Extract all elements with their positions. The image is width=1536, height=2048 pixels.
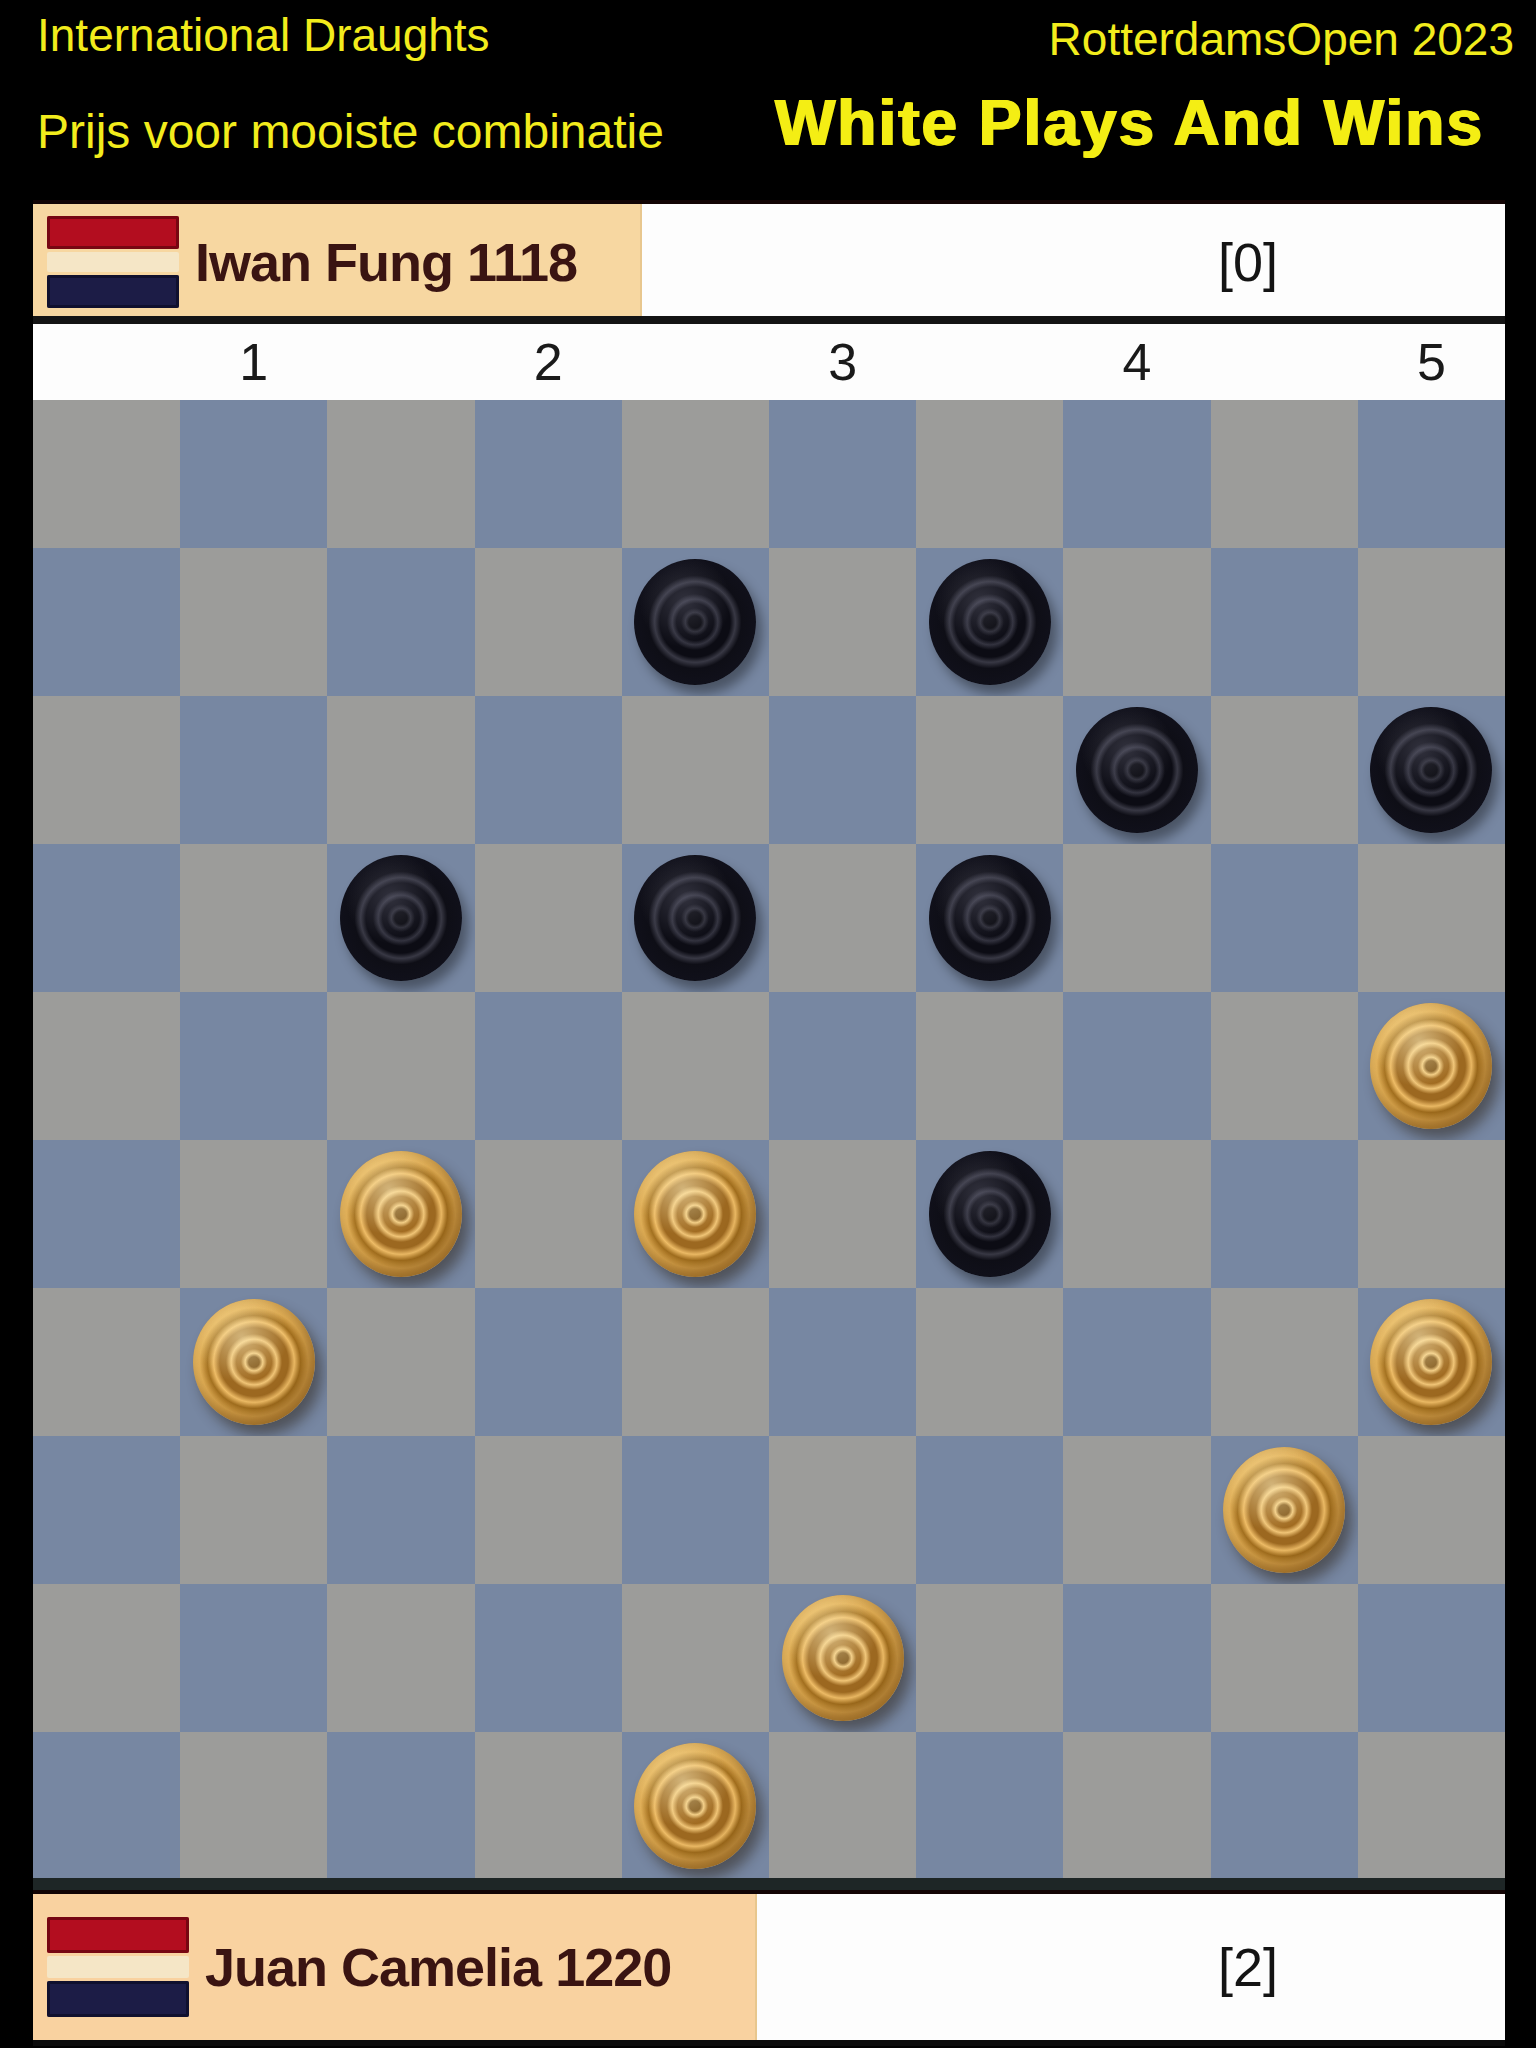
bottom-player-name: Juan Camelia 1220 [205,1936,671,1998]
column-label-spacer [916,324,1063,400]
light-square[interactable] [1063,844,1210,992]
column-label: 3 [769,324,916,400]
light-square[interactable] [1211,400,1358,548]
dark-square[interactable] [769,696,916,844]
light-square[interactable] [622,1584,769,1732]
dark-square[interactable] [916,844,1063,992]
flag-red-stripe [47,1917,189,1953]
black-man-piece[interactable] [634,559,756,685]
black-man-piece[interactable] [929,855,1051,981]
dark-square[interactable] [769,1288,916,1436]
dark-square[interactable] [1358,992,1505,1140]
dark-square[interactable] [1358,696,1505,844]
top-player-bar: Iwan Fung 1118 [0] [33,200,1505,320]
dark-square[interactable] [33,1732,180,1880]
dark-square[interactable] [622,844,769,992]
light-square[interactable] [769,548,916,696]
dark-square[interactable] [622,1436,769,1584]
column-label-spacer [327,324,474,400]
dark-square[interactable] [180,400,327,548]
column-label: 5 [1358,324,1505,400]
light-square[interactable] [622,1288,769,1436]
column-labels-strip: 12345 [33,316,1505,400]
light-square[interactable] [1358,548,1505,696]
dark-square[interactable] [1358,400,1505,548]
light-square[interactable] [916,400,1063,548]
flag-blue-stripe [47,1981,189,2017]
top-player-name-plate: Iwan Fung 1118 [33,204,642,320]
column-label: 2 [475,324,622,400]
light-square[interactable] [475,1732,622,1880]
dark-square[interactable] [769,400,916,548]
dark-square[interactable] [1211,548,1358,696]
dark-square[interactable] [475,696,622,844]
light-square[interactable] [180,1732,327,1880]
board [33,400,1505,1880]
light-square[interactable] [769,1732,916,1880]
light-square[interactable] [180,1436,327,1584]
board-bottom-separator [33,1878,1505,1890]
dark-square[interactable] [33,844,180,992]
light-square[interactable] [769,844,916,992]
dark-square[interactable] [1063,400,1210,548]
light-square[interactable] [1063,1140,1210,1288]
white-man-piece[interactable] [782,1595,904,1721]
dark-square[interactable] [475,1584,622,1732]
light-square[interactable] [1211,1288,1358,1436]
white-man-piece[interactable] [340,1151,462,1277]
dark-square[interactable] [1063,696,1210,844]
light-square[interactable] [327,992,474,1140]
dark-square[interactable] [622,1732,769,1880]
light-square[interactable] [180,1140,327,1288]
light-square[interactable] [1358,1732,1505,1880]
dark-square[interactable] [1211,1732,1358,1880]
light-square[interactable] [327,1288,474,1436]
white-man-piece[interactable] [1370,1299,1492,1425]
white-man-piece[interactable] [193,1299,315,1425]
light-square[interactable] [1211,992,1358,1140]
light-square[interactable] [769,1436,916,1584]
dark-square[interactable] [916,1436,1063,1584]
light-square[interactable] [327,400,474,548]
light-square[interactable] [916,992,1063,1140]
black-man-piece[interactable] [929,1151,1051,1277]
dark-square[interactable] [622,1140,769,1288]
column-label: 1 [180,324,327,400]
black-man-piece[interactable] [340,855,462,981]
white-man-piece[interactable] [1223,1447,1345,1573]
light-square[interactable] [33,1288,180,1436]
dark-square[interactable] [180,696,327,844]
light-square[interactable] [1358,1436,1505,1584]
light-square[interactable] [1211,1584,1358,1732]
dark-square[interactable] [1063,992,1210,1140]
event-title: RotterdamsOpen 2023 [1049,12,1514,66]
light-square[interactable] [1063,1732,1210,1880]
dark-square[interactable] [33,548,180,696]
top-player-name: Iwan Fung 1118 [195,231,577,293]
dark-square[interactable] [769,992,916,1140]
dark-square[interactable] [1211,1140,1358,1288]
dark-square[interactable] [769,1584,916,1732]
white-man-piece[interactable] [1370,1003,1492,1129]
light-square[interactable] [916,1584,1063,1732]
light-square[interactable] [1063,1436,1210,1584]
prize-subtitle: Prijs voor mooiste combinatie [37,104,664,159]
column-label-spacer [622,324,769,400]
light-square[interactable] [1063,548,1210,696]
top-player-score: [0] [1148,204,1348,320]
light-square[interactable] [1211,696,1358,844]
flag-red-stripe [47,216,179,249]
column-label-spacer [33,324,180,400]
light-square[interactable] [33,696,180,844]
light-square[interactable] [475,548,622,696]
dark-square[interactable] [475,400,622,548]
white-man-piece[interactable] [634,1151,756,1277]
black-man-piece[interactable] [1076,707,1198,833]
light-square[interactable] [33,992,180,1140]
light-square[interactable] [769,1140,916,1288]
light-square[interactable] [622,992,769,1140]
bottom-player-bar: Juan Camelia 1220 [2] [33,1890,1505,2046]
bottom-player-score: [2] [1148,1894,1348,2040]
light-square[interactable] [1358,1140,1505,1288]
dark-square[interactable] [1063,1288,1210,1436]
white-man-piece[interactable] [634,1743,756,1869]
light-square[interactable] [327,1584,474,1732]
dark-square[interactable] [180,1288,327,1436]
light-square[interactable] [33,400,180,548]
dark-square[interactable] [180,992,327,1140]
dark-square[interactable] [1211,844,1358,992]
dark-square[interactable] [1358,1288,1505,1436]
dark-square[interactable] [1063,1584,1210,1732]
dark-square[interactable] [1211,1436,1358,1584]
light-square[interactable] [916,1288,1063,1436]
problem-statement: White Plays And Wins [775,86,1484,160]
flag-white-stripe [47,1956,189,1978]
netherlands-flag [47,216,179,308]
dark-square[interactable] [1358,1584,1505,1732]
light-square[interactable] [33,1584,180,1732]
dark-square[interactable] [33,1436,180,1584]
light-square[interactable] [180,844,327,992]
dark-square[interactable] [33,1140,180,1288]
black-man-piece[interactable] [929,559,1051,685]
dark-square[interactable] [916,1732,1063,1880]
black-man-piece[interactable] [1370,707,1492,833]
light-square[interactable] [622,400,769,548]
page-title: International Draughts [37,8,490,62]
light-square[interactable] [1358,844,1505,992]
column-label-spacer [1211,324,1358,400]
dark-square[interactable] [327,1436,474,1584]
light-square[interactable] [180,548,327,696]
light-square[interactable] [622,696,769,844]
dark-square[interactable] [916,548,1063,696]
light-square[interactable] [475,1140,622,1288]
dark-square[interactable] [327,844,474,992]
flag-white-stripe [47,252,179,272]
dark-square[interactable] [327,548,474,696]
light-square[interactable] [327,696,474,844]
dark-square[interactable] [327,1732,474,1880]
netherlands-flag [47,1917,189,2017]
light-square[interactable] [475,1436,622,1584]
light-square[interactable] [916,696,1063,844]
dark-square[interactable] [475,1288,622,1436]
flag-blue-stripe [47,275,179,308]
dark-square[interactable] [327,1140,474,1288]
column-label: 4 [1063,324,1210,400]
light-square[interactable] [475,844,622,992]
dark-square[interactable] [916,1140,1063,1288]
bottom-player-name-plate: Juan Camelia 1220 [33,1894,757,2040]
dark-square[interactable] [475,992,622,1140]
dark-square[interactable] [180,1584,327,1732]
dark-square[interactable] [622,548,769,696]
black-man-piece[interactable] [634,855,756,981]
